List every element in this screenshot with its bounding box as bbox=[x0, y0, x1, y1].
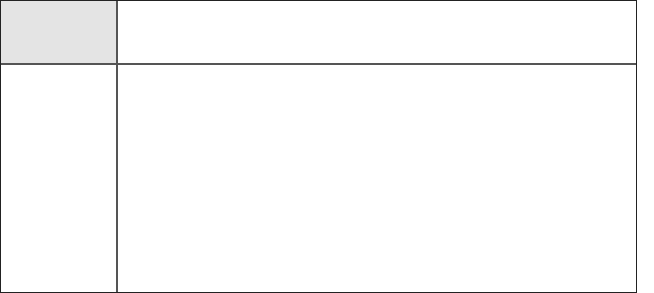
watermark-corner bbox=[1, 1, 118, 65]
site-watermark-vertical bbox=[636, 0, 654, 291]
board-grid bbox=[118, 65, 636, 292]
screenshot-root bbox=[0, 0, 654, 293]
nonogram-puzzle bbox=[0, 0, 637, 293]
row-clues bbox=[1, 65, 118, 292]
column-clues bbox=[118, 1, 636, 65]
